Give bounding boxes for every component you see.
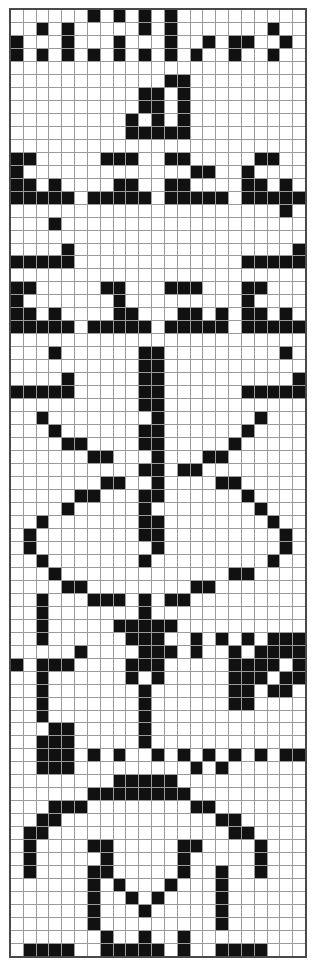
bitmap-cell [11,386,23,398]
bitmap-cell [242,23,254,35]
bitmap-cell [203,166,215,178]
bitmap-cell [139,127,151,139]
bitmap-cell [126,555,138,567]
bitmap-cell [114,685,126,697]
bitmap-cell [203,646,215,658]
bitmap-cell [37,866,49,878]
bitmap-cell [203,788,215,800]
bitmap-cell [152,360,164,372]
bitmap-cell [165,451,177,463]
bitmap-cell [280,347,292,359]
bitmap-cell [191,23,203,35]
bitmap-cell [293,295,305,307]
bitmap-cell [88,464,100,476]
bitmap-cell [88,594,100,606]
bitmap-cell [139,10,151,22]
bitmap-cell [280,477,292,489]
bitmap-cell [11,373,23,385]
bitmap-cell [75,88,87,100]
bitmap-cell [49,412,61,424]
bitmap-cell [178,464,190,476]
bitmap-cell [191,840,203,852]
bitmap-cell [293,153,305,165]
bitmap-cell [152,788,164,800]
bitmap-cell [126,646,138,658]
bitmap-cell [216,490,228,502]
bitmap-cell [191,698,203,710]
bitmap-cell [268,295,280,307]
bitmap-cell [242,269,254,281]
bitmap-cell [255,269,267,281]
bitmap-cell [280,503,292,515]
bitmap-cell [203,244,215,256]
bitmap-cell [139,905,151,917]
bitmap-cell [268,529,280,541]
bitmap-cell [139,723,151,735]
bitmap-cell [216,853,228,865]
bitmap-cell [114,425,126,437]
bitmap-cell [88,775,100,787]
bitmap-cell [62,685,74,697]
bitmap-cell [280,451,292,463]
bitmap-cell [178,736,190,748]
bitmap-cell [139,775,151,787]
bitmap-cell [268,438,280,450]
bitmap-cell [255,412,267,424]
bitmap-cell [152,892,164,904]
bitmap-cell [191,36,203,48]
bitmap-cell [139,192,151,204]
bitmap-cell [24,308,36,320]
bitmap-cell [11,620,23,632]
bitmap-cell [268,347,280,359]
bitmap-cell [114,127,126,139]
bitmap-cell [178,503,190,515]
bitmap-cell [255,334,267,346]
bitmap-cell [37,568,49,580]
bitmap-cell [280,555,292,567]
bitmap-cell [191,594,203,606]
bitmap-cell [216,438,228,450]
bitmap-cell [101,88,113,100]
bitmap-cell [242,438,254,450]
bitmap-cell [268,918,280,930]
bitmap-cell [88,360,100,372]
bitmap-cell [280,866,292,878]
bitmap-cell [62,672,74,684]
bitmap-cell [242,905,254,917]
bitmap-cell [24,659,36,671]
bitmap-cell [139,490,151,502]
bitmap-cell [242,295,254,307]
bitmap-cell [24,620,36,632]
bitmap-cell [229,23,241,35]
bitmap-cell [242,399,254,411]
bitmap-cell [75,179,87,191]
bitmap-cell [229,555,241,567]
bitmap-cell [88,685,100,697]
bitmap-cell [101,866,113,878]
bitmap-cell [11,140,23,152]
bitmap-cell [268,542,280,554]
bitmap-cell [165,62,177,74]
bitmap-cell [255,321,267,333]
bitmap-cell [216,931,228,943]
bitmap-cell [75,62,87,74]
bitmap-cell [242,308,254,320]
bitmap-cell [216,49,228,61]
bitmap-cell [37,295,49,307]
bitmap-cell [49,801,61,813]
bitmap-cell [37,542,49,554]
bitmap-cell [178,114,190,126]
bitmap-cell [139,892,151,904]
bitmap-cell [139,153,151,165]
bitmap-cell [229,581,241,593]
bitmap-cell [178,905,190,917]
bitmap-cell [191,685,203,697]
bitmap-cell [152,944,164,956]
bitmap-cell [49,866,61,878]
bitmap-cell [88,36,100,48]
bitmap-cell [152,814,164,826]
bitmap-cell [229,373,241,385]
bitmap-cell [280,607,292,619]
bitmap-cell [11,685,23,697]
bitmap-cell [242,282,254,294]
bitmap-cell [24,749,36,761]
bitmap-cell [88,153,100,165]
bitmap-cell [191,944,203,956]
bitmap-cell [126,399,138,411]
bitmap-cell [255,114,267,126]
bitmap-cell [229,386,241,398]
bitmap-cell [229,101,241,113]
bitmap-cell [49,762,61,774]
bitmap-cell [49,140,61,152]
bitmap-cell [139,620,151,632]
bitmap-cell [101,749,113,761]
bitmap-cell [216,140,228,152]
bitmap-cell [178,931,190,943]
bitmap-cell [24,75,36,87]
bitmap-cell [216,581,228,593]
bitmap-cell [216,10,228,22]
bitmap-cell [139,542,151,554]
bitmap-cell [229,879,241,891]
bitmap-cell [203,775,215,787]
bitmap-cell [126,386,138,398]
bitmap-cell [255,244,267,256]
bitmap-cell [126,659,138,671]
bitmap-cell [152,749,164,761]
bitmap-cell [37,166,49,178]
bitmap-cell [101,788,113,800]
bitmap-cell [268,179,280,191]
bitmap-cell [242,62,254,74]
bitmap-cell [114,866,126,878]
bitmap-cell [191,88,203,100]
bitmap-cell [114,775,126,787]
bitmap-cell [11,360,23,372]
bitmap-cell [165,347,177,359]
bitmap-cell [75,101,87,113]
bitmap-cell [165,231,177,243]
bitmap-cell [139,581,151,593]
bitmap-cell [293,607,305,619]
bitmap-cell [88,75,100,87]
bitmap-cell [126,620,138,632]
bitmap-cell [49,334,61,346]
bitmap-cell [88,295,100,307]
bitmap-cell [101,218,113,230]
bitmap-cell [101,244,113,256]
bitmap-cell [229,114,241,126]
bitmap-cell [24,931,36,943]
bitmap-cell [75,581,87,593]
bitmap-cell [126,373,138,385]
bitmap-cell [114,192,126,204]
bitmap-cell [229,231,241,243]
bitmap-cell [178,269,190,281]
bitmap-cell [255,866,267,878]
bitmap-cell [37,749,49,761]
bitmap-cell [75,295,87,307]
bitmap-cell [165,607,177,619]
bitmap-cell [11,762,23,774]
bitmap-cell [126,529,138,541]
bitmap-cell [88,347,100,359]
bitmap-cell [114,529,126,541]
bitmap-cell [139,36,151,48]
bitmap-cell [126,723,138,735]
bitmap-cell [280,386,292,398]
bitmap-cell [49,360,61,372]
bitmap-cell [268,231,280,243]
bitmap-cell [293,853,305,865]
bitmap-cell [49,62,61,74]
bitmap-cell [293,685,305,697]
bitmap-cell [268,633,280,645]
bitmap-cell [242,490,254,502]
bitmap-cell [216,464,228,476]
bitmap-cell [229,295,241,307]
bitmap-cell [242,542,254,554]
bitmap-cell [229,698,241,710]
bitmap-cell [37,620,49,632]
bitmap-cell [152,192,164,204]
bitmap-cell [165,282,177,294]
bitmap-cell [255,581,267,593]
bitmap-cell [293,581,305,593]
bitmap-cell [280,723,292,735]
bitmap-cell [139,62,151,74]
bitmap-cell [139,568,151,580]
bitmap-cell [11,438,23,450]
bitmap-cell [11,918,23,930]
bitmap-cell [101,477,113,489]
bitmap-cell [62,399,74,411]
bitmap-cell [114,231,126,243]
bitmap-cell [268,101,280,113]
bitmap-cell [62,140,74,152]
bitmap-cell [280,179,292,191]
bitmap-cell [11,192,23,204]
bitmap-cell [268,749,280,761]
bitmap-cell [242,568,254,580]
bitmap-cell [293,308,305,320]
bitmap-cell [37,672,49,684]
bitmap-cell [49,685,61,697]
bitmap-cell [62,373,74,385]
bitmap-cell [49,594,61,606]
bitmap-cell [24,698,36,710]
bitmap-cell [75,451,87,463]
bitmap-cell [114,620,126,632]
bitmap-cell [178,672,190,684]
bitmap-cell [216,594,228,606]
bitmap-cell [114,672,126,684]
bitmap-cell [62,36,74,48]
bitmap-cell [152,334,164,346]
bitmap-cell [216,256,228,268]
bitmap-cell [62,542,74,554]
bitmap-cell [216,295,228,307]
bitmap-cell [229,127,241,139]
bitmap-cell [24,114,36,126]
bitmap-cell [75,308,87,320]
bitmap-cell [101,775,113,787]
bitmap-cell [114,23,126,35]
bitmap-cell [62,464,74,476]
bitmap-cell [216,192,228,204]
bitmap-cell [152,503,164,515]
bitmap-cell [11,892,23,904]
bitmap-cell [101,529,113,541]
bitmap-cell [268,594,280,606]
bitmap-cell [49,256,61,268]
bitmap-cell [126,698,138,710]
bitmap-cell [75,568,87,580]
bitmap-cell [255,179,267,191]
bitmap-cell [255,827,267,839]
bitmap-cell [11,308,23,320]
bitmap-cell [165,672,177,684]
bitmap-cell [88,723,100,735]
bitmap-cell [11,594,23,606]
bitmap-cell [139,607,151,619]
bitmap-cell [152,179,164,191]
bitmap-cell [203,620,215,632]
bitmap-cell [62,866,74,878]
bitmap-cell [229,723,241,735]
bitmap-cell [126,594,138,606]
bitmap-cell [37,685,49,697]
bitmap-cell [242,321,254,333]
bitmap-cell [139,334,151,346]
bitmap-cell [62,918,74,930]
bitmap-cell [126,840,138,852]
bitmap-cell [24,451,36,463]
bitmap-cell [101,62,113,74]
bitmap-cell [49,321,61,333]
bitmap-cell [37,360,49,372]
bitmap-cell [126,892,138,904]
bitmap-cell [126,814,138,826]
bitmap-cell [126,425,138,437]
bitmap-cell [242,49,254,61]
bitmap-cell [242,685,254,697]
bitmap-cell [37,905,49,917]
bitmap-cell [268,386,280,398]
bitmap-cell [101,347,113,359]
bitmap-cell [49,516,61,528]
bitmap-cell [114,49,126,61]
bitmap-cell [293,879,305,891]
bitmap-cell [293,711,305,723]
bitmap-cell [37,659,49,671]
bitmap-cell [165,36,177,48]
bitmap-cell [280,788,292,800]
bitmap-cell [88,659,100,671]
bitmap-cell [229,892,241,904]
bitmap-cell [49,192,61,204]
bitmap-cell [139,736,151,748]
bitmap-cell [139,594,151,606]
bitmap-cell [49,633,61,645]
bitmap-cell [165,581,177,593]
bitmap-cell [165,425,177,437]
bitmap-cell [24,464,36,476]
bitmap-cell [280,360,292,372]
bitmap-cell [255,205,267,217]
bitmap-cell [280,88,292,100]
bitmap-cell [75,516,87,528]
bitmap-cell [139,218,151,230]
bitmap-cell [62,944,74,956]
bitmap-cell [216,944,228,956]
bitmap-cell [11,555,23,567]
bitmap-cell [203,542,215,554]
bitmap-cell [139,205,151,217]
bitmap-cell [37,762,49,774]
bitmap-cell [216,620,228,632]
bitmap-cell [191,490,203,502]
bitmap-cell [62,438,74,450]
bitmap-cell [24,711,36,723]
bitmap-cell [88,438,100,450]
bitmap-cell [114,153,126,165]
bitmap-cell [24,529,36,541]
bitmap-cell [255,451,267,463]
bitmap-cell [165,218,177,230]
bitmap-cell [191,788,203,800]
bitmap-cell [229,308,241,320]
bitmap-cell [165,646,177,658]
bitmap-cell [62,646,74,658]
bitmap-cell [37,231,49,243]
bitmap-cell [229,179,241,191]
bitmap-cell [229,801,241,813]
bitmap-cell [11,114,23,126]
bitmap-cell [280,256,292,268]
bitmap-cell [11,256,23,268]
bitmap-cell [229,490,241,502]
bitmap-cell [24,607,36,619]
bitmap-cell [293,633,305,645]
bitmap-cell [191,373,203,385]
bitmap-cell [191,711,203,723]
